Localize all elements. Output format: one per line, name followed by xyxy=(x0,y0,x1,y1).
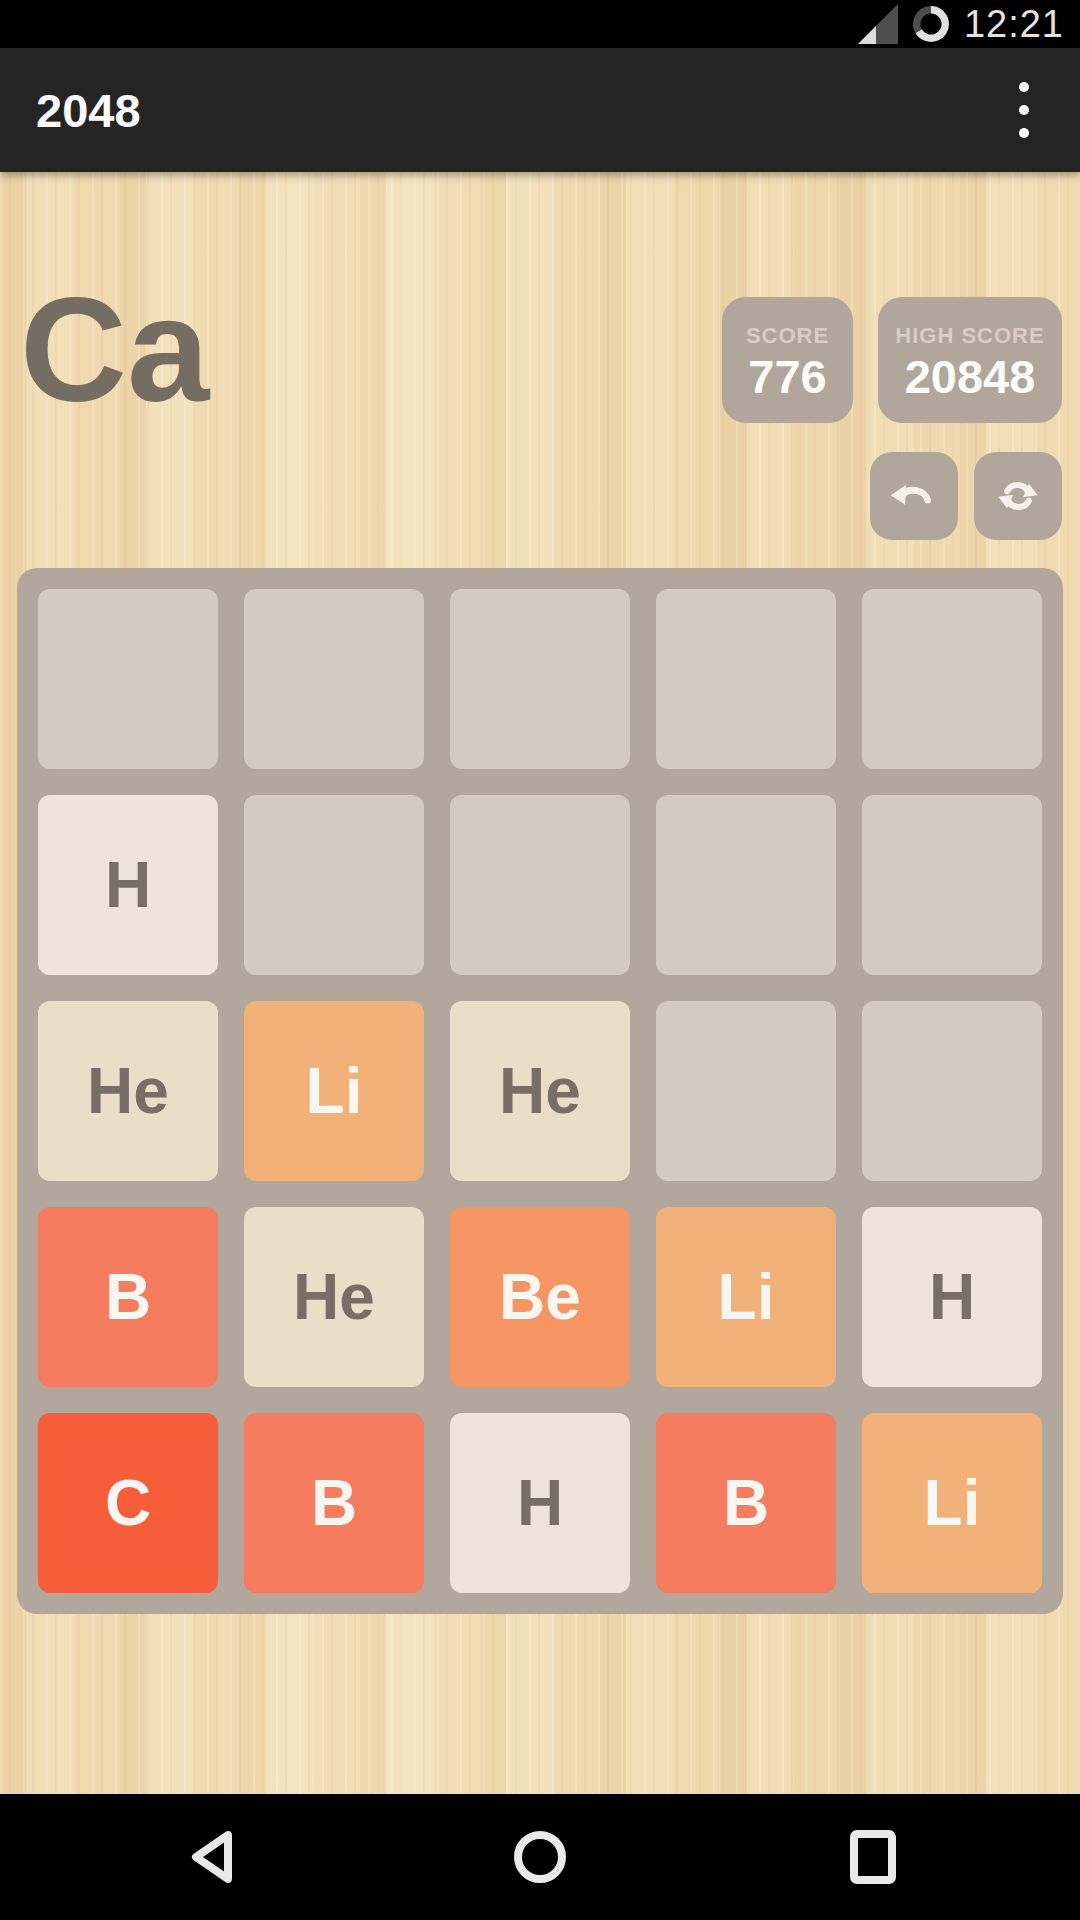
app-title: 2048 xyxy=(36,83,141,138)
signal-icon xyxy=(858,4,898,44)
back-icon[interactable] xyxy=(186,1828,238,1886)
tile-he: He xyxy=(38,1001,218,1181)
tile-li: Li xyxy=(656,1207,836,1387)
undo-button[interactable] xyxy=(870,452,958,540)
undo-icon xyxy=(884,466,944,526)
app-bar: 2048 xyxy=(0,48,1080,172)
tile-he: He xyxy=(450,1001,630,1181)
tile-c: C xyxy=(38,1413,218,1593)
empty-cell xyxy=(656,1001,836,1181)
tile-h: H xyxy=(862,1207,1042,1387)
empty-cell xyxy=(862,1001,1042,1181)
screen: 12:21 2048 Ca SCORE 776 HIGH SCORE 20848… xyxy=(0,0,1080,1920)
empty-cell xyxy=(450,589,630,769)
empty-cell xyxy=(244,795,424,975)
score-value: 776 xyxy=(748,352,826,401)
high-score-label: HIGH SCORE xyxy=(895,323,1044,349)
high-score-box: HIGH SCORE 20848 xyxy=(878,297,1062,423)
recents-icon[interactable] xyxy=(847,1828,899,1886)
score-box: SCORE 776 xyxy=(722,297,853,423)
tile-h: H xyxy=(450,1413,630,1593)
score-label: SCORE xyxy=(746,323,829,349)
high-score-value: 20848 xyxy=(905,352,1036,401)
tile-b: B xyxy=(38,1207,218,1387)
tile-b: B xyxy=(244,1413,424,1593)
data-saver-icon xyxy=(912,5,950,43)
empty-cell xyxy=(244,589,424,769)
restart-button[interactable] xyxy=(974,452,1062,540)
home-icon[interactable] xyxy=(512,1828,568,1886)
tile-he: He xyxy=(244,1207,424,1387)
overflow-menu-icon[interactable] xyxy=(996,65,1052,155)
empty-cell xyxy=(862,589,1042,769)
goal-tile-label: Ca xyxy=(20,276,209,424)
status-bar: 12:21 xyxy=(0,0,1080,48)
tile-li: Li xyxy=(862,1413,1042,1593)
restart-icon xyxy=(988,466,1048,526)
status-time: 12:21 xyxy=(964,3,1064,46)
tile-h: H xyxy=(38,795,218,975)
tile-li: Li xyxy=(244,1001,424,1181)
empty-cell xyxy=(656,795,836,975)
empty-cell xyxy=(862,795,1042,975)
empty-cell xyxy=(656,589,836,769)
empty-cell xyxy=(450,795,630,975)
tile-b: B xyxy=(656,1413,836,1593)
empty-cell xyxy=(38,589,218,769)
tile-be: Be xyxy=(450,1207,630,1387)
board-grid[interactable]: HHeLiHeBHeBeLiHCBHBLi xyxy=(17,568,1063,1614)
